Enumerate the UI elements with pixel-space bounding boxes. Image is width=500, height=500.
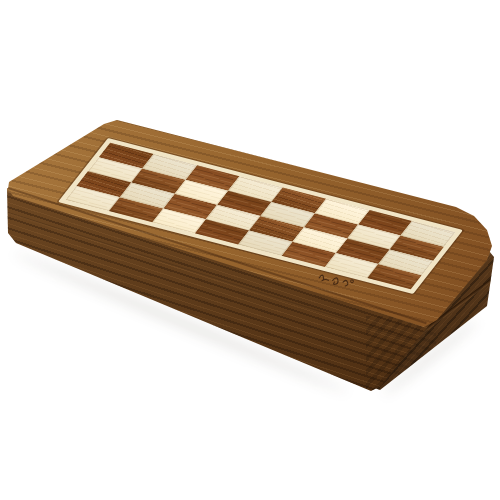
product-photo <box>0 0 500 500</box>
